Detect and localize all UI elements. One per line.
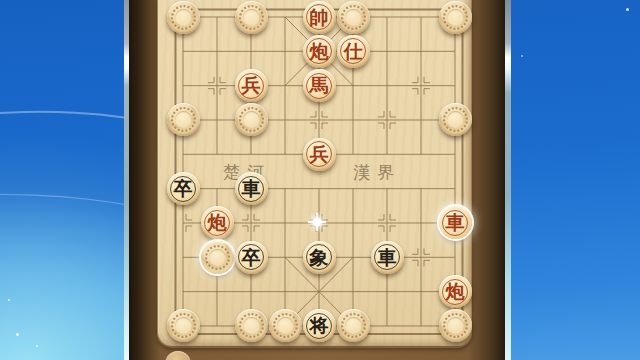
piece-red-general[interactable]: 帥: [303, 1, 336, 34]
piece-glyph: 帥: [310, 8, 329, 27]
window-right-border: [505, 0, 511, 360]
wallpaper-speck: [36, 345, 38, 347]
piece-glyph: 馬: [310, 76, 329, 95]
piece-glyph: 象: [310, 248, 329, 267]
piece-facedown[interactable]: [167, 309, 200, 342]
piece-facedown[interactable]: [439, 103, 472, 136]
piece-glyph: 兵: [242, 76, 261, 95]
piece-glyph: 将: [310, 316, 329, 335]
facedown-inner-disc: [175, 111, 192, 128]
facedown-inner-disc: [447, 317, 464, 334]
wallpaper-speck: [16, 333, 19, 336]
piece-red-cannon[interactable]: 炮: [201, 206, 234, 239]
facedown-inner-disc: [243, 317, 260, 334]
facedown-inner-disc: [277, 317, 294, 334]
piece-glyph: 仕: [344, 42, 363, 61]
desktop: 楚河 漢界 帥炮仕兵馬兵卒車炮車卒象車炮将: [0, 0, 640, 360]
piece-facedown[interactable]: [235, 309, 268, 342]
piece-glyph: 炮: [310, 42, 329, 61]
piece-red-soldier[interactable]: 兵: [235, 69, 268, 102]
river-text-right: 漢界: [353, 162, 401, 182]
piece-glyph: 車: [242, 179, 261, 198]
piece-facedown[interactable]: [439, 309, 472, 342]
facedown-inner-disc: [447, 111, 464, 128]
facedown-inner-disc: [243, 111, 260, 128]
piece-facedown[interactable]: [337, 309, 370, 342]
piece-facedown[interactable]: [439, 1, 472, 34]
piece-red-chariot[interactable]: 車: [439, 206, 472, 239]
facedown-inner-disc: [345, 9, 362, 26]
piece-glyph: 卒: [242, 248, 261, 267]
facedown-inner-disc: [175, 317, 192, 334]
wallpaper-speck: [626, 8, 629, 11]
piece-glyph: 卒: [174, 179, 193, 198]
facedown-inner-disc: [209, 249, 226, 266]
piece-glyph: 兵: [310, 145, 329, 164]
piece-glyph: 炮: [208, 213, 227, 232]
wallpaper-speck: [521, 55, 523, 57]
piece-facedown[interactable]: [235, 103, 268, 136]
piece-black-chariot[interactable]: 車: [371, 241, 404, 274]
piece-facedown[interactable]: [167, 1, 200, 34]
piece-facedown[interactable]: [269, 309, 302, 342]
piece-glyph: 車: [446, 213, 465, 232]
piece-facedown[interactable]: [167, 103, 200, 136]
piece-red-advisor[interactable]: 仕: [337, 35, 370, 68]
facedown-inner-disc: [175, 9, 192, 26]
piece-facedown[interactable]: [235, 1, 268, 34]
piece-red-cannon[interactable]: 炮: [303, 35, 336, 68]
facedown-inner-disc: [345, 317, 362, 334]
piece-facedown[interactable]: [201, 241, 234, 274]
facedown-inner-disc: [243, 9, 260, 26]
xiangqi-board-frame: 楚河 漢界 帥炮仕兵馬兵卒車炮車卒象車炮将: [129, 0, 505, 360]
wallpaper-speck: [8, 299, 10, 301]
piece-red-cannon[interactable]: 炮: [439, 275, 472, 308]
piece-black-general[interactable]: 将: [303, 309, 336, 342]
piece-red-horse[interactable]: 馬: [303, 69, 336, 102]
piece-glyph: 炮: [446, 282, 465, 301]
piece-facedown[interactable]: [337, 1, 370, 34]
piece-black-soldier[interactable]: 卒: [167, 172, 200, 205]
piece-black-chariot[interactable]: 車: [235, 172, 268, 205]
piece-glyph: 車: [378, 248, 397, 267]
piece-black-soldier[interactable]: 卒: [235, 241, 268, 274]
piece-red-soldier[interactable]: 兵: [303, 138, 336, 171]
piece-black-elephant[interactable]: 象: [303, 241, 336, 274]
facedown-inner-disc: [447, 9, 464, 26]
